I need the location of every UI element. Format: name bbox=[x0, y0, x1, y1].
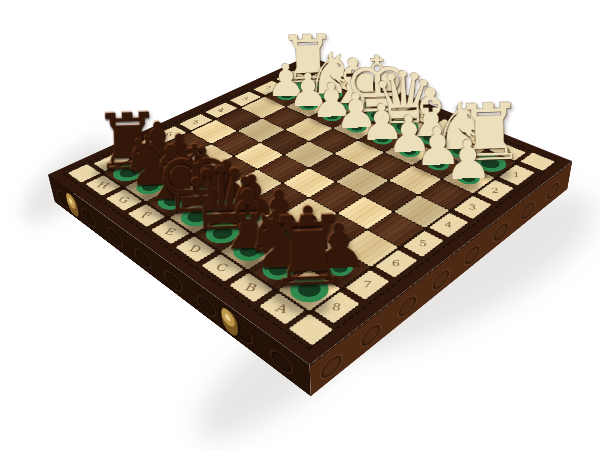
file-label-f: F bbox=[367, 92, 377, 98]
chessboard: AABBCCDDEEFFGGHH1122334455667788♜♞♟♝♟♚♟♛… bbox=[48, 56, 572, 365]
file-label-c: C bbox=[444, 124, 455, 131]
file-label-h: H bbox=[321, 74, 333, 80]
rank-label-3: 3 bbox=[242, 96, 250, 101]
rank-label-5: 5 bbox=[191, 119, 200, 124]
file-label-g: G bbox=[343, 83, 354, 89]
file-label-b: B bbox=[472, 135, 483, 142]
rank-label-2: 2 bbox=[265, 86, 273, 91]
rank-label-4: 4 bbox=[217, 108, 225, 113]
file-label-a: A bbox=[502, 148, 513, 156]
photo-stage: AABBCCDDEEFFGGHH1122334455667788♜♞♟♝♟♚♟♛… bbox=[0, 0, 600, 450]
file-label-d: D bbox=[416, 113, 427, 120]
